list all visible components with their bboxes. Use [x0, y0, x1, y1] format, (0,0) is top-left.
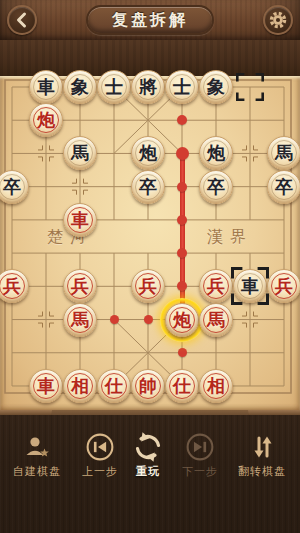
- skip-back-icon: [82, 432, 118, 462]
- piece-black-general[interactable]: 將: [131, 70, 165, 104]
- next-step-label: 下一步: [182, 464, 218, 479]
- back-button[interactable]: [7, 5, 37, 35]
- flip-board-label: 翻转棋盘: [238, 464, 286, 479]
- move-bracket-marker: [231, 267, 269, 305]
- piece-black-chariot[interactable]: 車: [29, 70, 63, 104]
- piece-black-advisor[interactable]: 士: [97, 70, 131, 104]
- chevron-left-icon: [13, 11, 31, 29]
- move-dot: [178, 348, 187, 357]
- replay-button[interactable]: 重玩: [132, 432, 164, 479]
- page-title: 复盘拆解: [112, 10, 188, 31]
- piece-black-horse[interactable]: 馬: [267, 136, 300, 170]
- piece-red-chariot[interactable]: 車: [63, 203, 97, 237]
- title-plaque: 复盘拆解: [86, 5, 214, 35]
- piece-red-soldier[interactable]: 兵: [267, 269, 300, 303]
- piece-red-horse[interactable]: 馬: [199, 303, 233, 337]
- move-path-line: [180, 153, 185, 319]
- replay-label: 重玩: [132, 464, 164, 479]
- move-bracket-marker: [236, 73, 264, 101]
- move-dot: [144, 315, 153, 324]
- replay-icon: [132, 432, 164, 462]
- piece-black-soldier[interactable]: 卒: [267, 170, 300, 204]
- header-bar: 复盘拆解: [0, 0, 300, 40]
- move-dot: [176, 147, 189, 160]
- flip-board-button[interactable]: 翻转棋盘: [238, 432, 286, 479]
- settings-button[interactable]: [263, 5, 293, 35]
- piece-black-soldier[interactable]: 卒: [131, 170, 165, 204]
- river-label-right: 漢界: [207, 227, 253, 248]
- create-board-button[interactable]: 自建棋盘: [13, 432, 61, 479]
- skip-forward-icon: [182, 432, 218, 462]
- move-dot: [177, 182, 187, 192]
- previous-step-button[interactable]: 上一步: [82, 432, 118, 479]
- person-star-icon: [13, 432, 61, 462]
- piece-red-elephant[interactable]: 相: [199, 369, 233, 403]
- piece-red-chariot[interactable]: 車: [29, 369, 63, 403]
- piece-red-advisor[interactable]: 仕: [97, 369, 131, 403]
- create-board-label: 自建棋盘: [13, 464, 61, 479]
- app-screen: 复盘拆解 楚河 漢界 車象士將士象炮馬炮炮馬卒卒卒卒車兵兵兵兵車兵馬炮馬車相仕帥…: [0, 0, 300, 533]
- previous-step-label: 上一步: [82, 464, 118, 479]
- piece-black-elephant[interactable]: 象: [199, 70, 233, 104]
- move-dot: [110, 315, 119, 324]
- gear-icon: [267, 9, 289, 31]
- piece-red-elephant[interactable]: 相: [63, 369, 97, 403]
- piece-black-advisor[interactable]: 士: [165, 70, 199, 104]
- piece-red-advisor[interactable]: 仕: [165, 369, 199, 403]
- next-step-button[interactable]: 下一步: [182, 432, 218, 479]
- piece-red-cannon[interactable]: 炮: [165, 303, 199, 337]
- piece-red-cannon[interactable]: 炮: [29, 103, 63, 137]
- flip-vertical-icon: [238, 432, 286, 462]
- move-dot: [177, 215, 187, 225]
- piece-red-general[interactable]: 帥: [131, 369, 165, 403]
- piece-black-soldier[interactable]: 卒: [199, 170, 233, 204]
- piece-black-elephant[interactable]: 象: [63, 70, 97, 104]
- piece-red-horse[interactable]: 馬: [63, 303, 97, 337]
- xiangqi-board[interactable]: 楚河 漢界 車象士將士象炮馬炮炮馬卒卒卒卒車兵兵兵兵車兵馬炮馬車相仕帥仕相: [0, 76, 300, 410]
